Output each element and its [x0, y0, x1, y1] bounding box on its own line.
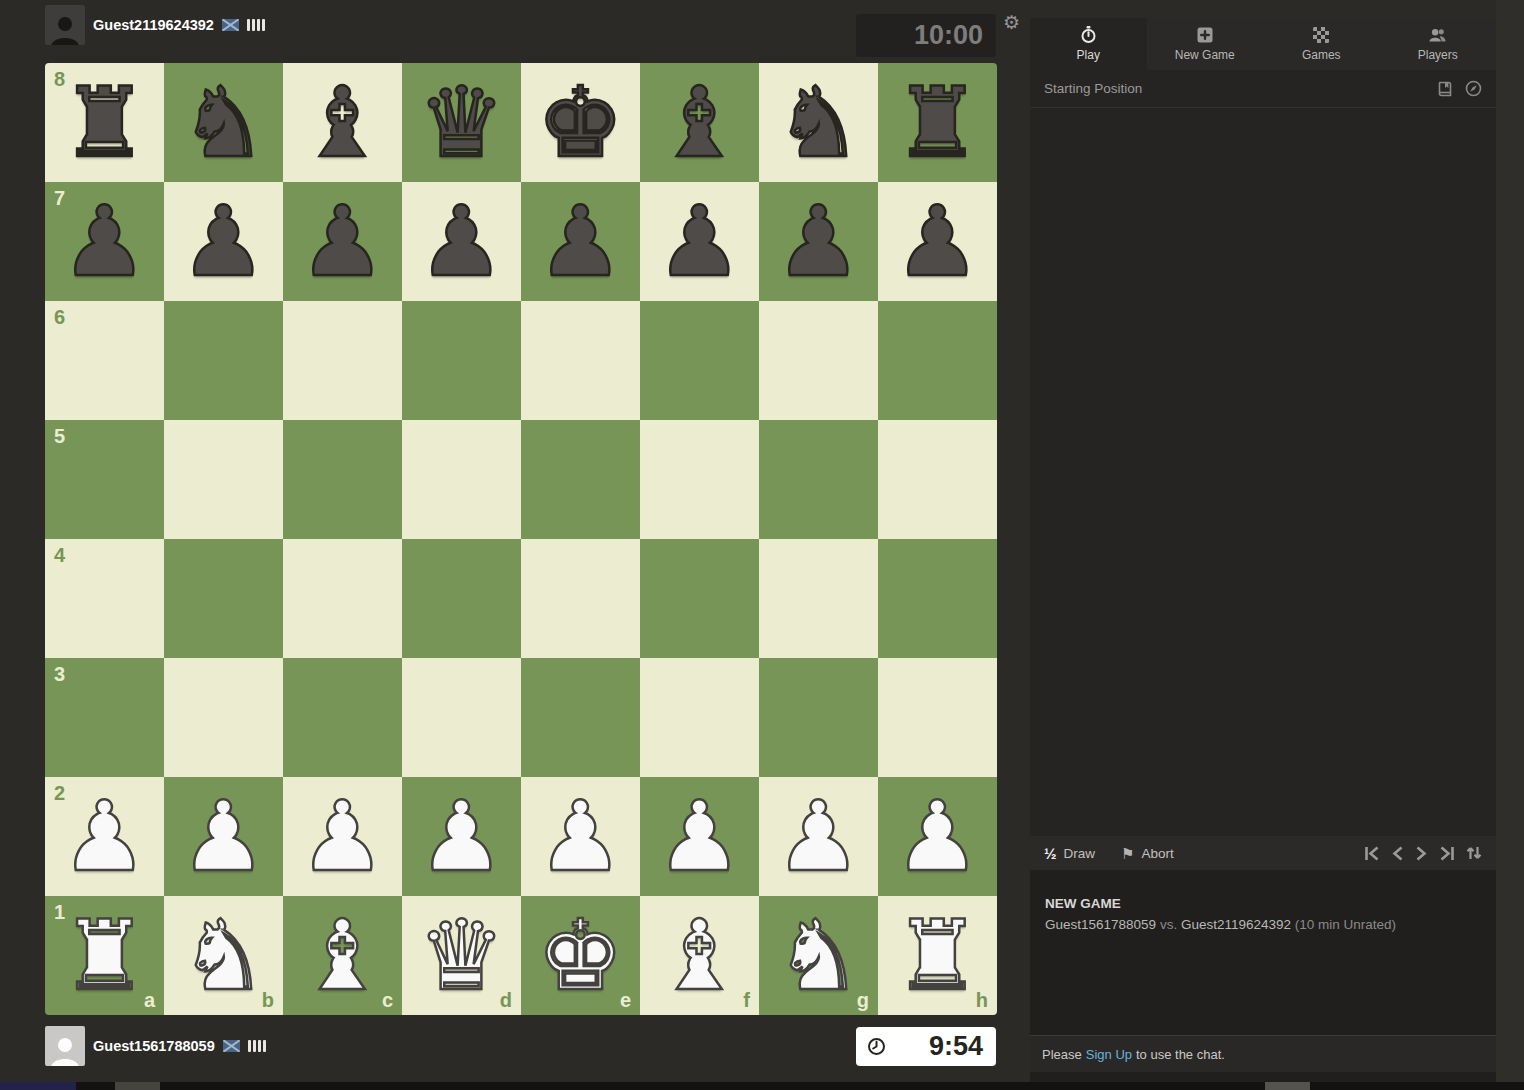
game-info-line: Guest1561788059 vs. Guest2119624392 (10 … — [1045, 916, 1481, 935]
square-g7[interactable]: ♟ — [759, 182, 878, 301]
piece-white-rook[interactable]: ♜ — [878, 896, 997, 1015]
black-clock-time: 10:00 — [914, 20, 983, 51]
piece-white-pawn[interactable]: ♟ — [521, 777, 640, 896]
analysis-compass-icon[interactable] — [1465, 80, 1482, 97]
piece-black-knight[interactable]: ♞ — [759, 63, 878, 182]
piece-black-rook[interactable]: ♜ — [878, 63, 997, 182]
abort-button[interactable]: ⚑ Abort — [1121, 846, 1174, 861]
square-e8[interactable]: ♚ — [521, 63, 640, 182]
piece-white-pawn[interactable]: ♟ — [164, 777, 283, 896]
square-b6[interactable] — [164, 301, 283, 420]
piece-white-king[interactable]: ♚ — [521, 896, 640, 1015]
square-b2[interactable]: ♟ — [164, 777, 283, 896]
square-d7[interactable]: ♟ — [402, 182, 521, 301]
square-a3[interactable]: 3 — [45, 658, 164, 777]
square-d8[interactable]: ♛ — [402, 63, 521, 182]
piece-black-pawn[interactable]: ♟ — [164, 182, 283, 301]
tab-players[interactable]: Players — [1380, 18, 1497, 70]
coord-rank-3: 3 — [54, 664, 65, 684]
square-g4[interactable] — [759, 539, 878, 658]
square-h5[interactable] — [878, 420, 997, 539]
chess-board: 8♜♞♝♛♚♝♞♜7♟♟♟♟♟♟♟♟65432♟♟♟♟♟♟♟♟1a♜b♞c♝d♛… — [45, 63, 997, 1015]
square-h6[interactable] — [878, 301, 997, 420]
square-f1[interactable]: f♝ — [640, 896, 759, 1015]
piece-white-bishop[interactable]: ♝ — [640, 896, 759, 1015]
game-info-section: NEW GAME Guest1561788059 vs. Guest211962… — [1030, 870, 1496, 1035]
square-d5[interactable] — [402, 420, 521, 539]
square-c7[interactable]: ♟ — [283, 182, 402, 301]
previous-move-button[interactable] — [1391, 846, 1404, 861]
piece-black-pawn[interactable]: ♟ — [521, 182, 640, 301]
square-d6[interactable] — [402, 301, 521, 420]
square-f2[interactable]: ♟ — [640, 777, 759, 896]
plus-square-icon — [1196, 26, 1213, 43]
move-navigation — [1364, 845, 1482, 861]
square-d1[interactable]: d♛ — [402, 896, 521, 1015]
piece-white-pawn[interactable]: ♟ — [402, 777, 521, 896]
square-e6[interactable] — [521, 301, 640, 420]
piece-black-pawn[interactable]: ♟ — [283, 182, 402, 301]
square-f8[interactable]: ♝ — [640, 63, 759, 182]
piece-black-pawn[interactable]: ♟ — [878, 182, 997, 301]
country-flag-icon — [222, 19, 239, 31]
square-f7[interactable]: ♟ — [640, 182, 759, 301]
game-controls-bar: ½ Draw ⚑ Abort — [1030, 836, 1496, 870]
square-e2[interactable]: ♟ — [521, 777, 640, 896]
draw-button[interactable]: ½ Draw — [1044, 845, 1095, 862]
square-b1[interactable]: b♞ — [164, 896, 283, 1015]
piece-white-knight[interactable]: ♞ — [759, 896, 878, 1015]
tab-games[interactable]: Games — [1263, 18, 1380, 70]
stopwatch-icon — [1080, 26, 1097, 43]
checkerboard-icon — [1313, 26, 1330, 43]
piece-white-pawn[interactable]: ♟ — [283, 777, 402, 896]
square-e7[interactable]: ♟ — [521, 182, 640, 301]
piece-white-pawn[interactable]: ♟ — [640, 777, 759, 896]
piece-black-queen[interactable]: ♛ — [402, 63, 521, 182]
piece-white-rook[interactable]: ♜ — [45, 896, 164, 1015]
piece-black-pawn[interactable]: ♟ — [45, 182, 164, 301]
square-a8[interactable]: 8♜ — [45, 63, 164, 182]
half-point-symbol: ½ — [1044, 845, 1057, 862]
clock-icon — [867, 1037, 886, 1056]
piece-white-knight[interactable]: ♞ — [164, 896, 283, 1015]
piece-white-pawn[interactable]: ♟ — [878, 777, 997, 896]
piece-black-bishop[interactable]: ♝ — [640, 63, 759, 182]
piece-white-pawn[interactable]: ♟ — [759, 777, 878, 896]
piece-white-pawn[interactable]: ♟ — [45, 777, 164, 896]
square-b5[interactable] — [164, 420, 283, 539]
piece-white-queen[interactable]: ♛ — [402, 896, 521, 1015]
footer-strip — [0, 1082, 1524, 1090]
square-h2[interactable]: ♟ — [878, 777, 997, 896]
square-c4[interactable] — [283, 539, 402, 658]
piece-black-pawn[interactable]: ♟ — [640, 182, 759, 301]
square-h3[interactable] — [878, 658, 997, 777]
connection-bars-icon — [247, 19, 265, 31]
sidebar-tabbar: Play New Game Games Players — [1030, 18, 1496, 70]
piece-black-knight[interactable]: ♞ — [164, 63, 283, 182]
go-to-start-button[interactable] — [1364, 846, 1380, 861]
square-c2[interactable]: ♟ — [283, 777, 402, 896]
white-clock: 9:54 — [856, 1027, 996, 1066]
square-d2[interactable]: ♟ — [402, 777, 521, 896]
tab-new-game[interactable]: New Game — [1147, 18, 1264, 70]
piece-black-pawn[interactable]: ♟ — [759, 182, 878, 301]
square-h7[interactable]: ♟ — [878, 182, 997, 301]
square-a4[interactable]: 4 — [45, 539, 164, 658]
piece-black-bishop[interactable]: ♝ — [283, 63, 402, 182]
square-e3[interactable] — [521, 658, 640, 777]
square-c8[interactable]: ♝ — [283, 63, 402, 182]
square-g3[interactable] — [759, 658, 878, 777]
position-header-row: Starting Position — [1030, 70, 1496, 108]
flip-board-button[interactable] — [1466, 845, 1482, 861]
black-player-link[interactable]: Guest2119624392 — [1181, 917, 1291, 932]
square-f4[interactable] — [640, 539, 759, 658]
square-c3[interactable] — [283, 658, 402, 777]
white-clock-time: 9:54 — [886, 1031, 983, 1062]
country-flag-icon — [223, 1040, 240, 1052]
people-icon — [1429, 26, 1446, 43]
square-f5[interactable] — [640, 420, 759, 539]
square-e4[interactable] — [521, 539, 640, 658]
square-a5[interactable]: 5 — [45, 420, 164, 539]
move-list — [1030, 109, 1496, 836]
chat-bar: Please Sign Up to use the chat. — [1030, 1035, 1496, 1072]
square-g6[interactable] — [759, 301, 878, 420]
square-a6[interactable]: 6 — [45, 301, 164, 420]
player-name[interactable]: Guest1561788059 — [93, 1038, 215, 1054]
square-d4[interactable] — [402, 539, 521, 658]
square-b7[interactable]: ♟ — [164, 182, 283, 301]
avatar[interactable] — [45, 5, 85, 45]
footer-segment — [0, 1082, 76, 1090]
square-h1[interactable]: h♜ — [878, 896, 997, 1015]
square-e5[interactable] — [521, 420, 640, 539]
page-background-strip — [1496, 0, 1524, 1082]
square-d3[interactable] — [402, 658, 521, 777]
footer-segment — [1265, 1082, 1310, 1090]
coord-rank-6: 6 — [54, 307, 65, 327]
square-a7[interactable]: 7♟ — [45, 182, 164, 301]
square-h4[interactable] — [878, 539, 997, 658]
black-clock: 10:00 — [856, 14, 996, 57]
bottom-player-row: Guest1561788059 — [45, 1026, 266, 1066]
next-move-button[interactable] — [1415, 846, 1428, 861]
square-g1[interactable]: g♞ — [759, 896, 878, 1015]
white-player-link[interactable]: Guest1561788059 — [1045, 917, 1156, 932]
abort-flag-icon: ⚑ — [1121, 846, 1134, 861]
piece-black-king[interactable]: ♚ — [521, 63, 640, 182]
square-c6[interactable] — [283, 301, 402, 420]
piece-black-pawn[interactable]: ♟ — [402, 182, 521, 301]
player-name[interactable]: Guest2119624392 — [93, 17, 214, 33]
panel-filler — [1030, 1072, 1496, 1082]
square-f3[interactable] — [640, 658, 759, 777]
square-c5[interactable] — [283, 420, 402, 539]
coord-rank-5: 5 — [54, 426, 65, 446]
piece-black-rook[interactable]: ♜ — [45, 63, 164, 182]
square-b4[interactable] — [164, 539, 283, 658]
position-label: Starting Position — [1044, 81, 1437, 96]
top-player-row: Guest2119624392 — [45, 5, 265, 45]
connection-bars-icon — [248, 1040, 266, 1052]
sidebar-panel: Starting Position ½ Draw ⚑ Abort — [1030, 70, 1496, 1082]
tab-play[interactable]: Play — [1030, 18, 1147, 70]
sign-up-link[interactable]: Sign Up — [1086, 1047, 1132, 1062]
coord-rank-4: 4 — [54, 545, 65, 565]
square-f6[interactable] — [640, 301, 759, 420]
go-to-end-button[interactable] — [1439, 846, 1455, 861]
square-a1[interactable]: 1a♜ — [45, 896, 164, 1015]
square-g8[interactable]: ♞ — [759, 63, 878, 182]
piece-white-bishop[interactable]: ♝ — [283, 896, 402, 1015]
opening-book-icon[interactable] — [1437, 81, 1453, 97]
square-c1[interactable]: c♝ — [283, 896, 402, 1015]
square-b3[interactable] — [164, 658, 283, 777]
square-g5[interactable] — [759, 420, 878, 539]
game-info-heading: NEW GAME — [1045, 896, 1481, 911]
square-e1[interactable]: e♚ — [521, 896, 640, 1015]
square-b8[interactable]: ♞ — [164, 63, 283, 182]
settings-gear-icon[interactable]: ⚙ — [1003, 13, 1020, 32]
square-a2[interactable]: 2♟ — [45, 777, 164, 896]
avatar[interactable] — [45, 1026, 85, 1066]
footer-segment — [115, 1082, 160, 1090]
square-g2[interactable]: ♟ — [759, 777, 878, 896]
square-h8[interactable]: ♜ — [878, 63, 997, 182]
